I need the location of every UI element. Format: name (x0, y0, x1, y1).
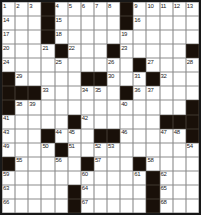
clue-number: 52 (95, 143, 101, 149)
cell-r6c6[interactable] (68, 72, 81, 86)
cell-r6c13[interactable]: 32 (160, 72, 173, 86)
clue-number: 26 (108, 59, 114, 65)
black-cell (81, 157, 94, 171)
black-cell (133, 58, 146, 72)
cell-r4c4[interactable]: 21 (41, 44, 54, 58)
cell-r13c5[interactable] (55, 171, 68, 185)
clue-number: 15 (56, 17, 62, 23)
clue-number: 18 (56, 31, 62, 37)
black-cell (41, 16, 54, 30)
cell-r8c8[interactable] (94, 100, 107, 114)
cell-r4c6[interactable]: 22 (68, 44, 81, 58)
cell-r12c14[interactable] (173, 157, 186, 171)
cell-r3c14[interactable] (173, 30, 186, 44)
cell-r15c7[interactable]: 67 (81, 199, 94, 213)
cell-r7c8[interactable]: 35 (94, 86, 107, 100)
cell-r8c9[interactable] (107, 100, 120, 114)
cell-r2c6[interactable] (68, 16, 81, 30)
clue-number: 44 (56, 129, 62, 135)
clue-number: 3 (29, 3, 32, 9)
cell-r5c1[interactable]: 24 (2, 58, 15, 72)
cell-r9c2[interactable] (15, 115, 28, 129)
cell-r5c3[interactable] (28, 58, 41, 72)
clue-number: 28 (187, 59, 193, 65)
clue-number: 63 (3, 185, 9, 191)
black-cell (146, 199, 159, 213)
black-cell (186, 100, 199, 114)
black-cell (133, 157, 146, 171)
cell-r8c10[interactable]: 40 (120, 100, 133, 114)
cell-r12c9[interactable] (107, 157, 120, 171)
cell-r12c15[interactable] (186, 157, 199, 171)
black-cell (41, 129, 54, 143)
cell-r14c3[interactable] (28, 185, 41, 199)
black-cell (2, 86, 15, 100)
cell-r13c14[interactable] (173, 171, 186, 185)
black-cell (68, 115, 81, 129)
cell-r2c3[interactable] (28, 16, 41, 30)
cell-r6c5[interactable] (55, 72, 68, 86)
cell-r11c13[interactable] (160, 143, 173, 157)
cell-r4c7[interactable] (81, 44, 94, 58)
cell-r15c13[interactable]: 68 (160, 199, 173, 213)
cell-r12c12[interactable]: 58 (146, 157, 159, 171)
cell-r12c8[interactable]: 57 (94, 157, 107, 171)
cell-r15c11[interactable] (133, 199, 146, 213)
clue-number: 21 (42, 45, 48, 51)
cell-r2c8[interactable] (94, 16, 107, 30)
clue-number: 47 (161, 129, 167, 135)
cell-r14c15[interactable] (186, 185, 199, 199)
black-cell (81, 72, 94, 86)
cell-r1c3[interactable]: 3 (28, 2, 41, 16)
black-cell (55, 143, 68, 157)
cell-r4c12[interactable] (146, 44, 159, 58)
clue-number: 32 (161, 73, 167, 79)
clue-number: 50 (42, 143, 48, 149)
cell-r7c7[interactable]: 34 (81, 86, 94, 100)
black-cell (94, 129, 107, 143)
clue-number: 64 (82, 185, 88, 191)
clue-number: 51 (69, 143, 75, 149)
cell-r9c4[interactable] (41, 115, 54, 129)
cell-r2c5[interactable]: 15 (55, 16, 68, 30)
clue-number: 57 (95, 157, 101, 163)
clue-number: 56 (56, 157, 62, 163)
cell-r8c5[interactable] (55, 100, 68, 114)
clue-number: 27 (147, 59, 153, 65)
cell-r9c10[interactable] (120, 115, 133, 129)
cell-r5c5[interactable]: 25 (55, 58, 68, 72)
clue-number: 20 (3, 45, 9, 51)
cell-r3c3[interactable] (28, 30, 41, 44)
cell-r10c3[interactable] (28, 129, 41, 143)
cell-r5c7[interactable] (81, 58, 94, 72)
cell-r2c13[interactable] (160, 16, 173, 30)
clue-number: 68 (161, 199, 167, 205)
cell-r15c9[interactable] (107, 199, 120, 213)
clue-number: 9 (134, 3, 137, 9)
cell-r5c6[interactable] (68, 58, 81, 72)
cell-r6c9[interactable]: 30 (107, 72, 120, 86)
black-cell (146, 171, 159, 185)
cell-r6c10[interactable] (120, 72, 133, 86)
black-cell (186, 115, 199, 129)
clue-number: 31 (134, 73, 140, 79)
cell-r3c7[interactable] (81, 30, 94, 44)
cell-r15c3[interactable] (28, 199, 41, 213)
cell-r3c10[interactable]: 19 (120, 30, 133, 44)
cell-r10c7[interactable] (81, 129, 94, 143)
cell-r11c2[interactable] (15, 143, 28, 157)
cell-r7c5[interactable] (55, 86, 68, 100)
cell-r1c12[interactable]: 10 (146, 2, 159, 16)
cell-r2c12[interactable] (146, 16, 159, 30)
clue-number: 37 (147, 87, 153, 93)
cell-r1c8[interactable]: 7 (94, 2, 107, 16)
cell-r15c10[interactable] (120, 199, 133, 213)
black-cell (94, 72, 107, 86)
cell-r5c14[interactable] (173, 58, 186, 72)
black-cell (55, 44, 68, 58)
cell-r15c4[interactable] (41, 199, 54, 213)
cell-r11c6[interactable]: 51 (68, 143, 81, 157)
cell-r5c12[interactable]: 27 (146, 58, 159, 72)
clue-number: 11 (161, 3, 166, 9)
cell-r9c8[interactable] (94, 115, 107, 129)
cell-r2c11[interactable]: 16 (133, 16, 146, 30)
cell-r1c15[interactable]: 13 (186, 2, 199, 16)
clue-number: 17 (3, 31, 9, 37)
black-cell (146, 185, 159, 199)
cell-r6c4[interactable] (41, 72, 54, 86)
cell-r13c7[interactable]: 60 (81, 171, 94, 185)
black-cell (120, 2, 133, 16)
cell-r4c3[interactable] (28, 44, 41, 58)
cell-r4c11[interactable] (133, 44, 146, 58)
cell-r13c9[interactable] (107, 171, 120, 185)
black-cell (2, 72, 15, 86)
cell-r14c2[interactable] (15, 185, 28, 199)
black-cell (120, 16, 133, 30)
cell-r8c13[interactable] (160, 100, 173, 114)
cell-r14c1[interactable]: 63 (2, 185, 15, 199)
clue-number: 30 (108, 73, 114, 79)
clue-number: 67 (82, 199, 88, 205)
cell-r7c14[interactable] (173, 86, 186, 100)
clue-number: 49 (3, 143, 9, 149)
cell-r14c11[interactable] (133, 185, 146, 199)
cell-r8c14[interactable] (173, 100, 186, 114)
clue-number: 45 (69, 129, 75, 135)
cell-r6c3[interactable] (28, 72, 41, 86)
clue-number: 8 (108, 3, 111, 9)
cell-r15c2[interactable] (15, 199, 28, 213)
clue-number: 7 (95, 3, 98, 9)
cell-r10c14[interactable]: 48 (173, 129, 186, 143)
cell-r4c13[interactable] (160, 44, 173, 58)
clue-number: 65 (161, 185, 167, 191)
clue-number: 54 (187, 143, 193, 149)
cell-r1c7[interactable]: 6 (81, 2, 94, 16)
cell-r11c7[interactable] (81, 143, 94, 157)
cell-r14c4[interactable] (41, 185, 54, 199)
cell-r8c6[interactable] (68, 100, 81, 114)
cell-r5c9[interactable]: 26 (107, 58, 120, 72)
cell-r13c6[interactable] (68, 171, 81, 185)
cell-r8c2[interactable]: 38 (15, 100, 28, 114)
cell-r10c12[interactable] (146, 129, 159, 143)
clue-number: 12 (174, 3, 180, 9)
cell-r14c7[interactable]: 64 (81, 185, 94, 199)
cell-r9c3[interactable] (28, 115, 41, 129)
cell-r2c9[interactable] (107, 16, 120, 30)
cell-r9c12[interactable] (146, 115, 159, 129)
cell-r12c6[interactable] (68, 157, 81, 171)
cell-r5c8[interactable] (94, 58, 107, 72)
cell-r2c7[interactable] (81, 16, 94, 30)
cell-r13c11[interactable]: 61 (133, 171, 146, 185)
black-cell (186, 44, 199, 58)
black-cell (2, 100, 15, 114)
clue-number: 25 (56, 59, 62, 65)
clue-number: 10 (147, 3, 153, 9)
cell-r8c11[interactable] (133, 100, 146, 114)
cell-r3c11[interactable] (133, 30, 146, 44)
cell-r11c4[interactable]: 50 (41, 143, 54, 157)
cell-r10c2[interactable] (15, 129, 28, 143)
cell-r13c2[interactable] (15, 171, 28, 185)
clue-number: 48 (174, 129, 180, 135)
cell-r3c15[interactable] (186, 30, 199, 44)
cell-r4c8[interactable] (94, 44, 107, 58)
black-cell (107, 44, 120, 58)
cell-r6c15[interactable] (186, 72, 199, 86)
cell-r3c1[interactable]: 17 (2, 30, 15, 44)
cell-r5c2[interactable] (15, 58, 28, 72)
clue-number: 13 (187, 3, 193, 9)
cell-r7c15[interactable] (186, 86, 199, 100)
cell-r12c10[interactable] (120, 157, 133, 171)
cell-r7c12[interactable]: 37 (146, 86, 159, 100)
black-cell (41, 2, 54, 16)
cell-r4c14[interactable] (173, 44, 186, 58)
clue-number: 24 (3, 59, 9, 65)
clue-number: 6 (82, 3, 85, 9)
cell-r8c12[interactable] (146, 100, 159, 114)
black-cell (2, 157, 15, 171)
cell-r11c8[interactable]: 52 (94, 143, 107, 157)
cell-r12c5[interactable]: 56 (55, 157, 68, 171)
cell-r1c2[interactable]: 2 (15, 2, 28, 16)
cell-r5c13[interactable] (160, 58, 173, 72)
cell-r4c1[interactable]: 20 (2, 44, 15, 58)
cell-r6c2[interactable]: 29 (15, 72, 28, 86)
cell-r2c2[interactable] (15, 16, 28, 30)
cell-r14c13[interactable]: 65 (160, 185, 173, 199)
clue-number: 23 (121, 45, 127, 51)
cell-r11c10[interactable] (120, 143, 133, 157)
cell-r15c15[interactable] (186, 199, 199, 213)
clue-number: 29 (16, 73, 22, 79)
crossword-grid: 1234567891011121314151617181920212223242… (0, 0, 201, 215)
clue-number: 19 (121, 31, 127, 37)
cell-r11c1[interactable]: 49 (2, 143, 15, 157)
black-cell (68, 199, 81, 213)
cell-r13c8[interactable] (94, 171, 107, 185)
cell-r5c15[interactable]: 28 (186, 58, 199, 72)
cell-r14c9[interactable] (107, 185, 120, 199)
cell-r14c14[interactable] (173, 185, 186, 199)
clue-number: 33 (42, 87, 48, 93)
cell-r10c13[interactable]: 47 (160, 129, 173, 143)
black-cell (107, 129, 120, 143)
cell-r15c14[interactable] (173, 199, 186, 213)
cell-r1c6[interactable]: 5 (68, 2, 81, 16)
clue-number: 60 (82, 171, 88, 177)
cell-r13c10[interactable] (120, 171, 133, 185)
clue-number: 41 (3, 115, 9, 121)
cell-r14c8[interactable] (94, 185, 107, 199)
clue-number: 40 (121, 101, 127, 107)
cell-r13c15[interactable] (186, 171, 199, 185)
cell-r12c13[interactable] (160, 157, 173, 171)
cell-r4c10[interactable]: 23 (120, 44, 133, 58)
cell-r11c11[interactable] (133, 143, 146, 157)
cell-r10c11[interactable] (133, 129, 146, 143)
cell-r1c9[interactable]: 8 (107, 2, 120, 16)
cell-r1c5[interactable]: 4 (55, 2, 68, 16)
clue-number: 62 (161, 171, 167, 177)
black-cell (186, 129, 199, 143)
cell-r3c5[interactable]: 18 (55, 30, 68, 44)
cell-r2c15[interactable] (186, 16, 199, 30)
cell-r1c1[interactable]: 1 (2, 2, 15, 16)
cell-r2c14[interactable] (173, 16, 186, 30)
black-cell (41, 30, 54, 44)
cell-r15c8[interactable] (94, 199, 107, 213)
cell-r7c6[interactable] (68, 86, 81, 100)
cell-r5c10[interactable] (120, 58, 133, 72)
clue-number: 43 (3, 129, 9, 135)
cell-r11c3[interactable] (28, 143, 41, 157)
clue-number: 42 (82, 115, 88, 121)
clue-number: 55 (16, 157, 22, 163)
cell-r1c14[interactable]: 12 (173, 2, 186, 16)
cell-r15c5[interactable] (55, 199, 68, 213)
cell-r13c1[interactable]: 59 (2, 171, 15, 185)
cell-r10c5[interactable]: 44 (55, 129, 68, 143)
cell-r11c9[interactable]: 53 (107, 143, 120, 157)
cell-r3c13[interactable] (160, 30, 173, 44)
clue-number: 53 (108, 143, 114, 149)
cell-r8c4[interactable] (41, 100, 54, 114)
cell-r2c1[interactable]: 14 (2, 16, 15, 30)
cell-r8c3[interactable]: 39 (28, 100, 41, 114)
clue-number: 36 (134, 87, 140, 93)
cell-r7c9[interactable] (107, 86, 120, 100)
cell-r13c4[interactable] (41, 171, 54, 185)
black-cell (68, 185, 81, 199)
black-cell (120, 86, 133, 100)
clue-number: 35 (95, 87, 101, 93)
cell-r3c8[interactable] (94, 30, 107, 44)
cell-r11c15[interactable]: 54 (186, 143, 199, 157)
cell-r10c10[interactable]: 46 (120, 129, 133, 143)
cell-r6c14[interactable] (173, 72, 186, 86)
cell-r9c1[interactable]: 41 (2, 115, 15, 129)
cell-r13c13[interactable]: 62 (160, 171, 173, 185)
cell-r3c2[interactable] (15, 30, 28, 44)
cell-r7c11[interactable]: 36 (133, 86, 146, 100)
black-cell (146, 72, 159, 86)
clue-number: 61 (134, 171, 140, 177)
clue-number: 46 (121, 129, 127, 135)
clue-number: 4 (56, 3, 59, 9)
clue-number: 5 (69, 3, 72, 9)
clue-number: 66 (3, 199, 9, 205)
cell-r9c9[interactable] (107, 115, 120, 129)
cell-r4c2[interactable] (15, 44, 28, 58)
clue-number: 16 (134, 17, 140, 23)
clue-number: 39 (29, 101, 35, 107)
cell-r6c11[interactable]: 31 (133, 72, 146, 86)
cell-r7c4[interactable]: 33 (41, 86, 54, 100)
cell-r14c10[interactable] (120, 185, 133, 199)
clue-number: 38 (16, 101, 22, 107)
black-cell (160, 115, 173, 129)
cell-r11c14[interactable] (173, 143, 186, 157)
cell-r1c13[interactable]: 11 (160, 2, 173, 16)
clue-number: 22 (69, 45, 75, 51)
clue-number: 58 (147, 157, 153, 163)
cell-r10c6[interactable]: 45 (68, 129, 81, 143)
cell-r3c6[interactable] (68, 30, 81, 44)
clue-number: 59 (3, 171, 9, 177)
cell-r5c4[interactable] (41, 58, 54, 72)
black-cell (173, 115, 186, 129)
black-cell (15, 86, 28, 100)
cell-r10c1[interactable]: 43 (2, 129, 15, 143)
cell-r1c11[interactable]: 9 (133, 2, 146, 16)
cell-r14c5[interactable] (55, 185, 68, 199)
cell-r15c1[interactable]: 66 (2, 199, 15, 213)
clue-number: 34 (82, 87, 88, 93)
cell-r11c12[interactable] (146, 143, 159, 157)
cell-r3c12[interactable] (146, 30, 159, 44)
cell-r9c7[interactable]: 42 (81, 115, 94, 129)
cell-r12c2[interactable]: 55 (15, 157, 28, 171)
cell-r13c3[interactable] (28, 171, 41, 185)
cell-r8c7[interactable] (81, 100, 94, 114)
black-cell (28, 86, 41, 100)
cell-r12c3[interactable] (28, 157, 41, 171)
cell-r9c11[interactable] (133, 115, 146, 129)
cell-r12c4[interactable] (41, 157, 54, 171)
cell-r9c5[interactable] (55, 115, 68, 129)
cell-r7c13[interactable] (160, 86, 173, 100)
cell-r3c9[interactable] (107, 30, 120, 44)
clue-number: 1 (3, 3, 6, 9)
clue-number: 2 (16, 3, 19, 9)
clue-number: 14 (3, 17, 9, 23)
